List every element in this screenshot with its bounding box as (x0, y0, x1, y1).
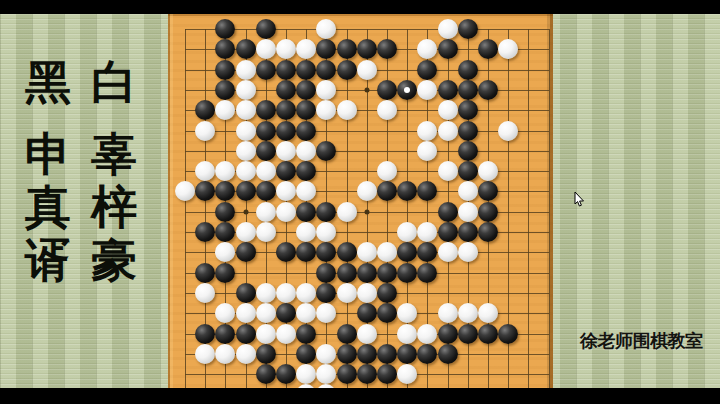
white-player-char: 白 (91, 58, 137, 106)
stone-black (296, 344, 316, 364)
stone-white (316, 80, 336, 100)
stone-black (195, 263, 215, 283)
stone-black (417, 263, 437, 283)
stone-black (316, 60, 336, 80)
stone-black (215, 222, 235, 242)
stone-white (215, 161, 235, 181)
stone-white (498, 121, 518, 141)
stone-black (458, 222, 478, 242)
stone-black (397, 181, 417, 201)
grid-line-vertical (528, 29, 529, 394)
stone-white (296, 39, 316, 59)
video-frame: 黑申真谞 白辜梓豪 徐老师围棋教室 (0, 0, 720, 404)
stone-black (276, 242, 296, 262)
stone-white (357, 283, 377, 303)
stone-white (417, 324, 437, 344)
stone-black (377, 364, 397, 384)
grid-line-vertical (549, 29, 550, 394)
stone-black (498, 324, 518, 344)
stone-black (337, 324, 357, 344)
stone-white (256, 202, 276, 222)
stone-black (276, 121, 296, 141)
last-move-marker (404, 87, 410, 93)
stone-white (215, 242, 235, 262)
stone-black (215, 80, 235, 100)
stone-white (195, 161, 215, 181)
white-player-char: 辜 (91, 130, 137, 178)
stone-black (337, 242, 357, 262)
black-player-label: 黑申真谞 (18, 58, 78, 289)
stone-white (236, 222, 256, 242)
stone-black (276, 80, 296, 100)
go-board[interactable] (168, 14, 553, 396)
stone-white (296, 283, 316, 303)
stone-black (296, 242, 316, 262)
stone-white (417, 121, 437, 141)
stone-black (458, 19, 478, 39)
letterbox-top (0, 0, 720, 14)
stone-black (397, 242, 417, 262)
stone-black (458, 80, 478, 100)
stone-black (357, 364, 377, 384)
letterbox-bottom (0, 388, 720, 404)
stone-white (417, 141, 437, 161)
stone-white (397, 324, 417, 344)
stone-black (215, 263, 235, 283)
stone-white (296, 364, 316, 384)
black-player-char: 黑 (25, 58, 71, 106)
stone-white (316, 19, 336, 39)
stone-black (438, 324, 458, 344)
stone-black (377, 39, 397, 59)
stone-black (316, 141, 336, 161)
stone-white (276, 283, 296, 303)
stone-white (256, 161, 276, 181)
stone-black (377, 303, 397, 323)
stone-white (458, 202, 478, 222)
stone-white (256, 39, 276, 59)
stone-black (316, 242, 336, 262)
stone-white (316, 303, 336, 323)
stone-white (316, 100, 336, 120)
stone-black (256, 121, 276, 141)
stone-black (357, 39, 377, 59)
stone-white (296, 222, 316, 242)
stone-black (195, 100, 215, 120)
stone-black (458, 324, 478, 344)
stone-black (337, 364, 357, 384)
stone-white (438, 19, 458, 39)
stone-white (276, 181, 296, 201)
stone-black (276, 100, 296, 120)
stone-black (296, 60, 316, 80)
stone-white (337, 100, 357, 120)
stone-black (337, 263, 357, 283)
stone-white (296, 303, 316, 323)
stone-white (458, 242, 478, 262)
stone-black (215, 181, 235, 201)
stone-black (316, 39, 336, 59)
stone-white (276, 141, 296, 161)
stone-black (296, 80, 316, 100)
stone-white (175, 181, 195, 201)
stone-black (417, 181, 437, 201)
stone-white (377, 161, 397, 181)
stone-white (397, 222, 417, 242)
stone-white (478, 161, 498, 181)
stone-black (256, 364, 276, 384)
stone-white (236, 344, 256, 364)
stone-white (337, 202, 357, 222)
stone-black (458, 141, 478, 161)
stone-black (296, 121, 316, 141)
stone-white (377, 242, 397, 262)
stone-white (498, 39, 518, 59)
stone-white (417, 39, 437, 59)
stone-black (377, 80, 397, 100)
stone-black (276, 161, 296, 181)
stone-black (478, 202, 498, 222)
stone-black (357, 263, 377, 283)
stone-white (215, 344, 235, 364)
hoshi-star-point (243, 209, 248, 214)
stone-black (296, 324, 316, 344)
stone-black (438, 39, 458, 59)
stone-black (236, 181, 256, 201)
stone-white (236, 80, 256, 100)
black-player-char: 真 (25, 183, 71, 231)
stone-white (417, 222, 437, 242)
stone-black (236, 39, 256, 59)
stone-white (296, 141, 316, 161)
stone-black (458, 161, 478, 181)
stone-black (256, 100, 276, 120)
stone-black (438, 344, 458, 364)
stone-white (397, 364, 417, 384)
stone-black (215, 39, 235, 59)
stone-black (478, 324, 498, 344)
stone-white (236, 60, 256, 80)
stone-black (215, 60, 235, 80)
stone-white (256, 303, 276, 323)
stone-white (377, 100, 397, 120)
stone-black (417, 242, 437, 262)
stone-black (236, 242, 256, 262)
stone-white (316, 364, 336, 384)
stone-black (276, 303, 296, 323)
stone-black (438, 222, 458, 242)
stone-white (236, 141, 256, 161)
black-player-char: 申 (25, 130, 71, 178)
stone-white (478, 303, 498, 323)
stone-black (478, 39, 498, 59)
stone-black (256, 60, 276, 80)
stone-black (397, 263, 417, 283)
stone-black (417, 60, 437, 80)
stone-black (357, 303, 377, 323)
stone-black (256, 344, 276, 364)
stone-black (397, 80, 417, 100)
stone-white (256, 283, 276, 303)
stone-black (377, 263, 397, 283)
hoshi-star-point (364, 87, 369, 92)
stone-black (215, 19, 235, 39)
stone-black (377, 283, 397, 303)
stone-black (195, 181, 215, 201)
stone-black (377, 344, 397, 364)
player-labels: 黑申真谞 白辜梓豪 (18, 58, 144, 289)
stone-black (397, 344, 417, 364)
stone-black (316, 202, 336, 222)
stone-black (236, 283, 256, 303)
stone-white (397, 303, 417, 323)
stone-black (417, 344, 437, 364)
stone-white (236, 303, 256, 323)
stone-black (478, 181, 498, 201)
black-player-char: 谞 (25, 236, 71, 284)
channel-caption: 徐老师围棋教室 (580, 329, 703, 353)
stone-white (316, 222, 336, 242)
stone-black (195, 222, 215, 242)
mouse-cursor-icon (574, 192, 586, 208)
stone-black (296, 161, 316, 181)
stone-black (458, 100, 478, 120)
stone-white (438, 100, 458, 120)
white-player-label: 白辜梓豪 (84, 58, 144, 289)
stone-white (276, 39, 296, 59)
stone-black (377, 181, 397, 201)
stone-black (337, 39, 357, 59)
stone-white (195, 121, 215, 141)
stone-white (296, 181, 316, 201)
stone-white (337, 283, 357, 303)
stone-black (438, 80, 458, 100)
hoshi-star-point (364, 209, 369, 214)
stone-white (357, 181, 377, 201)
stone-white (256, 222, 276, 242)
stone-white (458, 303, 478, 323)
stone-black (438, 202, 458, 222)
stone-white (417, 80, 437, 100)
white-player-char: 豪 (91, 236, 137, 284)
stone-black (276, 60, 296, 80)
stone-white (236, 100, 256, 120)
stone-black (458, 60, 478, 80)
stone-white (458, 181, 478, 201)
stone-black (316, 263, 336, 283)
stone-white (276, 202, 296, 222)
stone-black (296, 202, 316, 222)
stone-white (357, 242, 377, 262)
stone-white (236, 161, 256, 181)
stone-black (478, 222, 498, 242)
stone-black (357, 344, 377, 364)
stone-white (438, 161, 458, 181)
stone-white (438, 303, 458, 323)
stone-black (215, 202, 235, 222)
stone-white (276, 324, 296, 344)
stone-black (256, 181, 276, 201)
stone-black (296, 100, 316, 120)
stone-black (276, 364, 296, 384)
stone-black (256, 141, 276, 161)
stone-white (357, 324, 377, 344)
stone-white (215, 100, 235, 120)
stone-black (458, 121, 478, 141)
stone-black (195, 324, 215, 344)
stone-white (195, 344, 215, 364)
board-grid (168, 14, 553, 396)
stone-black (256, 19, 276, 39)
stone-black (215, 324, 235, 344)
stone-white (195, 283, 215, 303)
stone-white (236, 121, 256, 141)
stone-white (438, 121, 458, 141)
stone-black (316, 283, 336, 303)
stone-black (337, 344, 357, 364)
stone-black (236, 324, 256, 344)
stone-white (215, 303, 235, 323)
stone-white (316, 344, 336, 364)
stone-white (357, 60, 377, 80)
stone-white (256, 324, 276, 344)
stone-black (478, 80, 498, 100)
white-player-char: 梓 (91, 183, 137, 231)
stone-white (438, 242, 458, 262)
stone-black (337, 60, 357, 80)
